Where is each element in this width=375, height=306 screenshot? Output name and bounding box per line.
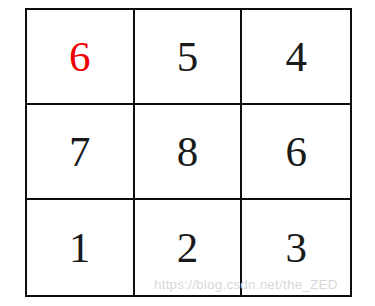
cell-r1c1: 8 <box>135 105 243 200</box>
cell-r2c1: 2 <box>135 200 243 295</box>
cell-r2c0: 1 <box>27 200 135 295</box>
cell-r2c2: 3 <box>242 200 350 295</box>
cell-r1c0: 7 <box>27 105 135 200</box>
cell-r0c2: 4 <box>242 10 350 105</box>
cell-r1c2: 6 <box>242 105 350 200</box>
number-grid-board: 6 5 4 7 8 6 1 2 3 <box>25 8 352 297</box>
cell-r0c0: 6 <box>27 10 135 105</box>
cell-r0c1: 5 <box>135 10 243 105</box>
